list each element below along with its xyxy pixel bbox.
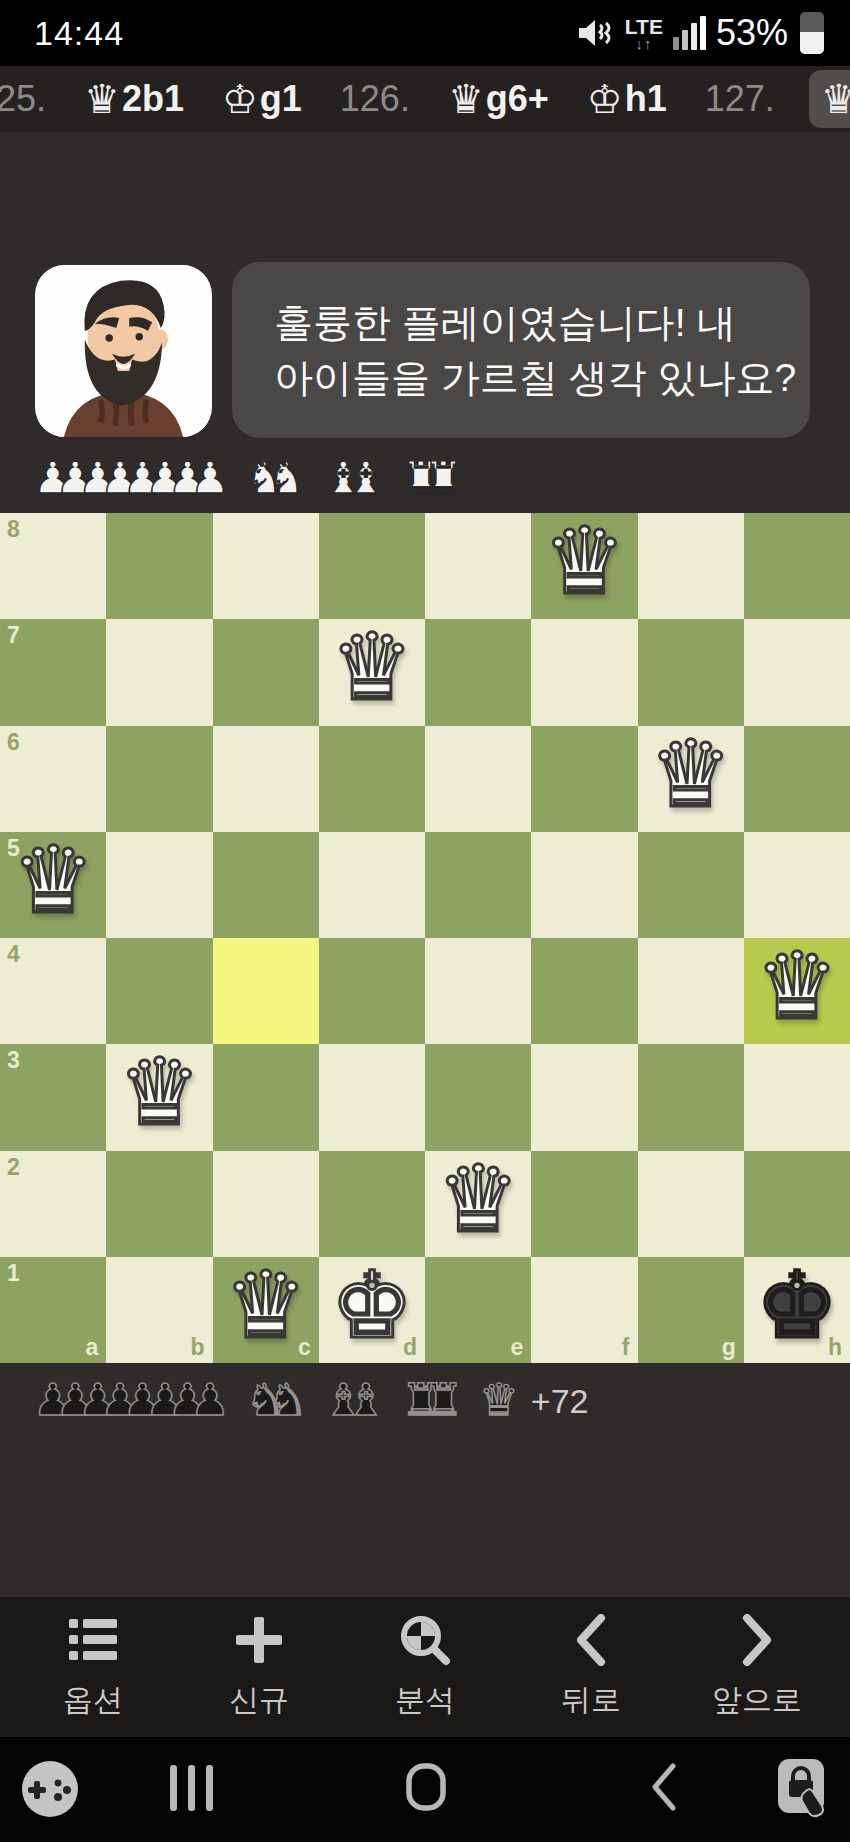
square-f5[interactable]	[531, 832, 637, 938]
file-label-g: g	[722, 1334, 736, 1361]
square-e3[interactable]	[425, 1044, 531, 1150]
piece-wQ-g6[interactable]: ♛	[649, 729, 731, 821]
file-label-e: e	[510, 1334, 523, 1361]
square-b1[interactable]: b	[106, 1257, 212, 1363]
rank-label-8: 8	[7, 516, 20, 543]
rank-label-7: 7	[7, 622, 20, 649]
square-g5[interactable]	[638, 832, 744, 938]
square-g4[interactable]	[638, 938, 744, 1044]
queen-icon: ♛	[821, 79, 850, 119]
bottom-toolbar: 옵션 신규 분석 뒤로	[0, 1597, 850, 1737]
move-text: h1	[625, 78, 667, 120]
move-text: 2b1	[122, 78, 184, 120]
square-b8[interactable]	[106, 513, 212, 619]
square-b6[interactable]	[106, 726, 212, 832]
square-h5[interactable]	[744, 832, 850, 938]
captured-pawn: ♟	[190, 454, 229, 502]
move-number: 25.	[0, 78, 46, 120]
captured-rook: ♜	[424, 454, 463, 502]
square-a5[interactable]: 5♛	[0, 832, 106, 938]
square-c6[interactable]	[213, 726, 319, 832]
mute-icon	[575, 13, 615, 53]
chat-message-line2: 아이들을 가르칠 생각 있나요?	[274, 350, 810, 405]
captured-bishop: ♝	[346, 454, 385, 502]
square-d2[interactable]	[319, 1151, 425, 1257]
analysis-button[interactable]: 분석	[342, 1597, 508, 1737]
avatar-illustration	[35, 265, 212, 437]
square-b2[interactable]	[106, 1151, 212, 1257]
square-h2[interactable]	[744, 1151, 850, 1257]
queen-icon: ♛	[448, 79, 484, 119]
captured-bishop: ♝	[346, 1376, 385, 1424]
square-d5[interactable]	[319, 832, 425, 938]
captured-knight: ♞	[268, 1376, 307, 1424]
chat-message-line1: 훌륭한 플레이였습니다! 내	[274, 295, 810, 350]
rank-label-4: 4	[7, 941, 20, 968]
square-d7[interactable]: ♛	[319, 619, 425, 725]
forward-move-button[interactable]: 앞으로	[674, 1597, 840, 1737]
move-text: g1	[260, 78, 302, 120]
square-g3[interactable]	[638, 1044, 744, 1150]
move-h4#[interactable]: ♛h4#	[809, 70, 850, 128]
piece-wK-d1[interactable]: ♚	[331, 1260, 413, 1352]
piece-wQ-c1[interactable]: ♛	[224, 1260, 306, 1352]
file-label-b: b	[190, 1334, 204, 1361]
square-c4[interactable]	[213, 938, 319, 1044]
square-b3[interactable]: ♛	[106, 1044, 212, 1150]
square-d8[interactable]	[319, 513, 425, 619]
captured-pawn: ♟	[190, 1376, 229, 1424]
new-game-button[interactable]: 신규	[176, 1597, 342, 1737]
square-e8[interactable]	[425, 513, 531, 619]
back-icon[interactable]	[646, 1763, 682, 1811]
chevron-left-icon	[571, 1614, 611, 1666]
move-g6+[interactable]: ♛g6+	[448, 78, 549, 120]
square-f7[interactable]	[531, 619, 637, 725]
square-c2[interactable]	[213, 1151, 319, 1257]
piece-wQ-f8[interactable]: ♛	[543, 516, 625, 608]
square-c5[interactable]	[213, 832, 319, 938]
move-number: 127.	[705, 78, 775, 120]
move-g1[interactable]: ♔g1	[222, 78, 302, 120]
square-h7[interactable]	[744, 619, 850, 725]
captured-knight: ♞	[268, 454, 307, 502]
square-b4[interactable]	[106, 938, 212, 1044]
square-f3[interactable]	[531, 1044, 637, 1150]
square-f6[interactable]	[531, 726, 637, 832]
square-a7[interactable]: 7	[0, 619, 106, 725]
plus-icon	[234, 1614, 284, 1666]
queen-icon: ♛	[84, 79, 120, 119]
opponent-avatar[interactable]	[35, 265, 212, 437]
move-list[interactable]: 25.♛2b1♔g1126.♛g6+♔h1127.♛h4#	[0, 66, 850, 132]
square-d4[interactable]	[319, 938, 425, 1044]
square-a1[interactable]: 1a	[0, 1257, 106, 1363]
touch-lock-icon[interactable]	[776, 1757, 834, 1819]
square-g1[interactable]: g	[638, 1257, 744, 1363]
file-label-a: a	[85, 1334, 98, 1361]
square-c8[interactable]	[213, 513, 319, 619]
home-icon[interactable]	[406, 1763, 446, 1811]
back-move-button[interactable]: 뒤로	[508, 1597, 674, 1737]
square-d1[interactable]: d♚	[319, 1257, 425, 1363]
square-f8[interactable]: ♛	[531, 513, 637, 619]
square-c1[interactable]: c♛	[213, 1257, 319, 1363]
square-h1[interactable]: h♚	[744, 1257, 850, 1363]
material-score: +72	[531, 1378, 589, 1424]
square-c7[interactable]	[213, 619, 319, 725]
piece-wQ-d7[interactable]: ♛	[331, 623, 413, 715]
square-e7[interactable]	[425, 619, 531, 725]
status-bar: 14:44 LTE ↓↑ 53%	[0, 0, 850, 66]
move-text: g6+	[486, 78, 549, 120]
square-e2[interactable]: ♛	[425, 1151, 531, 1257]
move-h1[interactable]: ♔h1	[587, 78, 667, 120]
square-e6[interactable]	[425, 726, 531, 832]
square-d6[interactable]	[319, 726, 425, 832]
square-h8[interactable]	[744, 513, 850, 619]
captured-queen: ♛	[479, 1376, 518, 1424]
square-h6[interactable]	[744, 726, 850, 832]
captured-pieces-player: ♟♟♟♟♟♟♟♟♞♞♝♝♜♜♛+72	[33, 1374, 588, 1424]
piece-wQ-h4[interactable]: ♛	[756, 941, 838, 1033]
square-g6[interactable]: ♛	[638, 726, 744, 832]
square-f1[interactable]: f	[531, 1257, 637, 1363]
square-f4[interactable]	[531, 938, 637, 1044]
list-icon	[67, 1614, 119, 1666]
square-c3[interactable]	[213, 1044, 319, 1150]
battery-percent: 53%	[716, 12, 788, 54]
chat-bubble: 훌륭한 플레이였습니다! 내 아이들을 가르칠 생각 있나요?	[232, 262, 810, 438]
square-g8[interactable]	[638, 513, 744, 619]
square-e4[interactable]	[425, 938, 531, 1044]
captured-rook: ♜	[424, 1376, 463, 1424]
android-nav-bar	[0, 1737, 850, 1842]
rank-label-2: 2	[7, 1154, 20, 1181]
rank-label-6: 6	[7, 729, 20, 756]
king-icon: ♔	[222, 79, 258, 119]
chevron-right-icon	[737, 1614, 777, 1666]
captured-pieces-opponent: ♟♟♟♟♟♟♟♟♞♞♝♝♜♜	[33, 452, 463, 502]
clock-time: 14:44	[34, 14, 124, 53]
recents-icon[interactable]	[170, 1765, 214, 1811]
square-a6[interactable]: 6	[0, 726, 106, 832]
king-icon: ♔	[587, 79, 623, 119]
piece-wQ-e2[interactable]: ♛	[437, 1154, 519, 1246]
rank-label-3: 3	[7, 1047, 20, 1074]
options-button[interactable]: 옵션	[10, 1597, 176, 1737]
square-a4[interactable]: 4	[0, 938, 106, 1044]
move-number: 126.	[340, 78, 410, 120]
square-f2[interactable]	[531, 1151, 637, 1257]
square-b7[interactable]	[106, 619, 212, 725]
square-h3[interactable]	[744, 1044, 850, 1150]
square-g7[interactable]	[638, 619, 744, 725]
square-d3[interactable]	[319, 1044, 425, 1150]
lte-indicator: LTE ↓↑	[625, 16, 663, 51]
square-e5[interactable]	[425, 832, 531, 938]
square-g2[interactable]	[638, 1151, 744, 1257]
piece-wQ-a5[interactable]: ♛	[12, 835, 94, 927]
battery-icon	[800, 12, 824, 54]
square-a2[interactable]: 2	[0, 1151, 106, 1257]
piece-wQ-b3[interactable]: ♛	[118, 1048, 200, 1140]
square-b5[interactable]	[106, 832, 212, 938]
square-h4[interactable]: ♛	[744, 938, 850, 1044]
signal-bars	[673, 16, 706, 50]
square-a8[interactable]: 8	[0, 513, 106, 619]
square-a3[interactable]: 3	[0, 1044, 106, 1150]
piece-bK-h1[interactable]: ♚	[756, 1260, 838, 1352]
file-label-f: f	[622, 1334, 630, 1361]
analysis-icon	[398, 1614, 452, 1666]
move-2b1[interactable]: ♛2b1	[84, 78, 184, 120]
game-tools-icon[interactable]	[20, 1759, 80, 1819]
chess-board[interactable]: 8♛7♛6♛5♛4♛3♛2♛1abc♛d♚efgh♚	[0, 513, 850, 1363]
rank-label-1: 1	[7, 1260, 20, 1287]
square-e1[interactable]: e	[425, 1257, 531, 1363]
